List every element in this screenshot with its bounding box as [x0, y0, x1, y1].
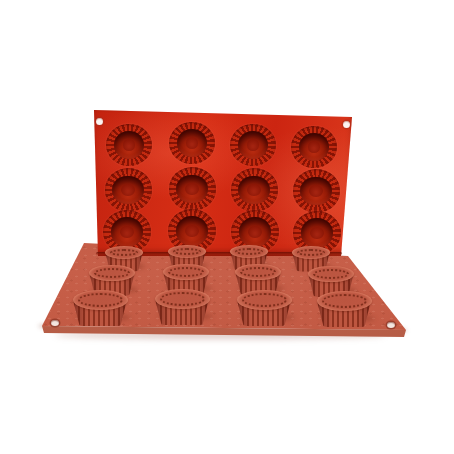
cylinder-bead-ring	[160, 292, 205, 306]
tray-cylinder	[73, 290, 128, 326]
cylinder-bead-ring	[313, 269, 349, 279]
mold-cavity	[230, 124, 276, 166]
cylinder-bead-ring	[94, 268, 130, 278]
tray-hanging-hole	[387, 322, 395, 328]
hanging-hole	[96, 118, 103, 125]
cylinder-bead-ring	[78, 293, 123, 307]
mold-cavity	[106, 124, 152, 166]
mold-cavity	[231, 168, 278, 211]
cylinder-bead-ring	[242, 293, 287, 307]
hanging-hole	[343, 121, 350, 128]
mold-cavity	[105, 168, 152, 211]
cylinder-bead-ring	[297, 249, 325, 256]
cylinder-bead-ring	[240, 267, 276, 277]
product-photo	[0, 0, 454, 454]
tray-cylinder	[237, 290, 292, 326]
mold-cavity	[293, 169, 340, 212]
standing-mold-cavity-side	[92, 108, 353, 256]
cylinder-bead-ring	[235, 248, 263, 255]
cylinder-bead-ring	[110, 249, 138, 256]
tray-hanging-hole	[51, 320, 59, 326]
tray-cylinder	[317, 291, 372, 327]
cylinder-bead-ring	[173, 248, 201, 255]
cylinder-bead-ring	[322, 294, 367, 308]
tray-cylinder	[155, 289, 210, 325]
mold-cavity	[169, 122, 215, 164]
mold-cavity	[169, 167, 216, 210]
mold-cavity	[291, 126, 337, 168]
cylinder-bead-ring	[168, 267, 204, 277]
